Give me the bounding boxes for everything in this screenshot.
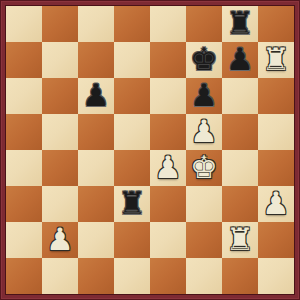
square-a1[interactable] (6, 258, 42, 294)
black-king[interactable]: ♚ (190, 42, 218, 77)
white-pawn[interactable]: ♟ (262, 186, 290, 221)
square-c2[interactable] (78, 222, 114, 258)
square-g7[interactable]: ♟ (222, 42, 258, 78)
black-pawn[interactable]: ♟ (226, 42, 254, 77)
square-b3[interactable] (42, 186, 78, 222)
square-c1[interactable] (78, 258, 114, 294)
square-g5[interactable] (222, 114, 258, 150)
square-e2[interactable] (150, 222, 186, 258)
square-b2[interactable]: ♟ (42, 222, 78, 258)
black-rook[interactable]: ♜ (226, 6, 254, 41)
square-g2[interactable]: ♜ (222, 222, 258, 258)
chess-board: ♜♚♟♜♟♟♟♟♚♜♟♟♜ (6, 6, 294, 294)
square-e6[interactable] (150, 78, 186, 114)
square-f1[interactable] (186, 258, 222, 294)
white-king[interactable]: ♚ (190, 150, 218, 185)
square-a5[interactable] (6, 114, 42, 150)
chess-board-frame: ♜♚♟♜♟♟♟♟♚♜♟♟♜ (0, 0, 300, 300)
square-c3[interactable] (78, 186, 114, 222)
square-f2[interactable] (186, 222, 222, 258)
square-a4[interactable] (6, 150, 42, 186)
square-b1[interactable] (42, 258, 78, 294)
square-b8[interactable] (42, 6, 78, 42)
square-a6[interactable] (6, 78, 42, 114)
black-pawn[interactable]: ♟ (82, 78, 110, 113)
black-rook[interactable]: ♜ (118, 186, 146, 221)
white-pawn[interactable]: ♟ (46, 222, 74, 257)
square-e7[interactable] (150, 42, 186, 78)
square-e4[interactable]: ♟ (150, 150, 186, 186)
white-pawn[interactable]: ♟ (190, 114, 218, 149)
square-h5[interactable] (258, 114, 294, 150)
square-h3[interactable]: ♟ (258, 186, 294, 222)
black-pawn[interactable]: ♟ (190, 78, 218, 113)
square-h1[interactable] (258, 258, 294, 294)
square-a8[interactable] (6, 6, 42, 42)
square-h8[interactable] (258, 6, 294, 42)
square-c5[interactable] (78, 114, 114, 150)
white-rook[interactable]: ♜ (262, 42, 290, 77)
white-pawn[interactable]: ♟ (154, 150, 182, 185)
square-d2[interactable] (114, 222, 150, 258)
square-b6[interactable] (42, 78, 78, 114)
square-e1[interactable] (150, 258, 186, 294)
square-f3[interactable] (186, 186, 222, 222)
square-g6[interactable] (222, 78, 258, 114)
square-h7[interactable]: ♜ (258, 42, 294, 78)
square-g3[interactable] (222, 186, 258, 222)
square-c4[interactable] (78, 150, 114, 186)
square-b4[interactable] (42, 150, 78, 186)
square-a2[interactable] (6, 222, 42, 258)
square-f8[interactable] (186, 6, 222, 42)
square-c6[interactable]: ♟ (78, 78, 114, 114)
square-d8[interactable] (114, 6, 150, 42)
square-e8[interactable] (150, 6, 186, 42)
square-c7[interactable] (78, 42, 114, 78)
square-e5[interactable] (150, 114, 186, 150)
square-h2[interactable] (258, 222, 294, 258)
square-e3[interactable] (150, 186, 186, 222)
white-rook[interactable]: ♜ (226, 222, 254, 257)
square-f5[interactable]: ♟ (186, 114, 222, 150)
square-g4[interactable] (222, 150, 258, 186)
square-d1[interactable] (114, 258, 150, 294)
square-f6[interactable]: ♟ (186, 78, 222, 114)
square-a7[interactable] (6, 42, 42, 78)
square-c8[interactable] (78, 6, 114, 42)
square-d5[interactable] (114, 114, 150, 150)
square-g8[interactable]: ♜ (222, 6, 258, 42)
square-d6[interactable] (114, 78, 150, 114)
square-d3[interactable]: ♜ (114, 186, 150, 222)
square-h6[interactable] (258, 78, 294, 114)
square-g1[interactable] (222, 258, 258, 294)
square-d7[interactable] (114, 42, 150, 78)
square-b7[interactable] (42, 42, 78, 78)
square-h4[interactable] (258, 150, 294, 186)
square-a3[interactable] (6, 186, 42, 222)
square-f4[interactable]: ♚ (186, 150, 222, 186)
square-b5[interactable] (42, 114, 78, 150)
square-f7[interactable]: ♚ (186, 42, 222, 78)
square-d4[interactable] (114, 150, 150, 186)
